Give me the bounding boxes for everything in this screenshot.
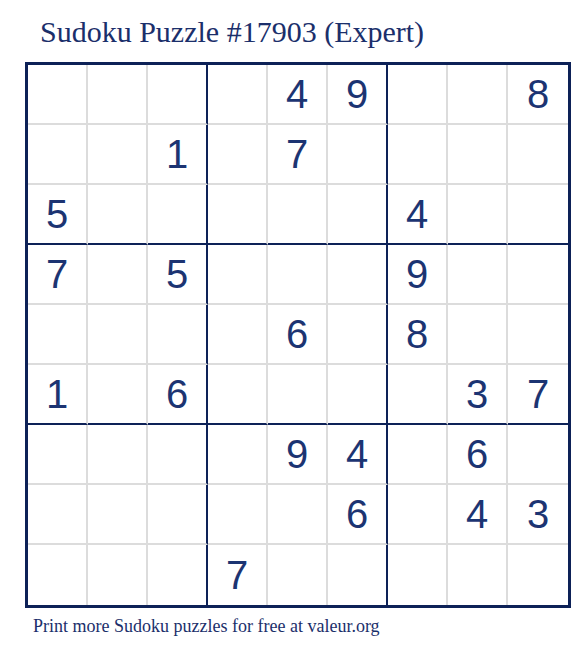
sudoku-cell-r1c8[interactable] bbox=[448, 65, 508, 125]
sudoku-cell-r6c2[interactable] bbox=[88, 365, 148, 425]
sudoku-cell-r2c3[interactable]: 1 bbox=[148, 125, 208, 185]
sudoku-cell-r5c5[interactable]: 6 bbox=[268, 305, 328, 365]
sudoku-cell-r8c6[interactable]: 6 bbox=[328, 485, 388, 545]
sudoku-cell-r6c1[interactable]: 1 bbox=[28, 365, 88, 425]
sudoku-cell-r3c3[interactable] bbox=[148, 185, 208, 245]
sudoku-cell-r5c4[interactable] bbox=[208, 305, 268, 365]
sudoku-cell-r4c9[interactable] bbox=[508, 245, 568, 305]
sudoku-cell-r1c4[interactable] bbox=[208, 65, 268, 125]
sudoku-cell-r8c1[interactable] bbox=[28, 485, 88, 545]
sudoku-cell-r2c2[interactable] bbox=[88, 125, 148, 185]
sudoku-cell-r8c5[interactable] bbox=[268, 485, 328, 545]
sudoku-cell-r1c7[interactable] bbox=[388, 65, 448, 125]
sudoku-cell-r9c7[interactable] bbox=[388, 545, 448, 605]
sudoku-cell-r7c6[interactable]: 4 bbox=[328, 425, 388, 485]
sudoku-cell-r2c6[interactable] bbox=[328, 125, 388, 185]
sudoku-cell-r3c7[interactable]: 4 bbox=[388, 185, 448, 245]
sudoku-cell-r3c1[interactable]: 5 bbox=[28, 185, 88, 245]
sudoku-cell-r7c9[interactable] bbox=[508, 425, 568, 485]
sudoku-cell-r7c5[interactable]: 9 bbox=[268, 425, 328, 485]
sudoku-board: 49817547596816379466437 bbox=[25, 62, 571, 608]
sudoku-cell-r7c8[interactable]: 6 bbox=[448, 425, 508, 485]
sudoku-cell-r6c6[interactable] bbox=[328, 365, 388, 425]
sudoku-cell-r9c4[interactable]: 7 bbox=[208, 545, 268, 605]
sudoku-cell-r5c3[interactable] bbox=[148, 305, 208, 365]
sudoku-cell-r5c9[interactable] bbox=[508, 305, 568, 365]
sudoku-cell-r7c1[interactable] bbox=[28, 425, 88, 485]
sudoku-cell-r4c8[interactable] bbox=[448, 245, 508, 305]
sudoku-cell-r2c9[interactable] bbox=[508, 125, 568, 185]
sudoku-cell-r8c2[interactable] bbox=[88, 485, 148, 545]
sudoku-cell-r5c6[interactable] bbox=[328, 305, 388, 365]
sudoku-cell-r9c3[interactable] bbox=[148, 545, 208, 605]
sudoku-cell-r2c8[interactable] bbox=[448, 125, 508, 185]
sudoku-cell-r5c2[interactable] bbox=[88, 305, 148, 365]
sudoku-cell-r9c1[interactable] bbox=[28, 545, 88, 605]
sudoku-cell-r7c4[interactable] bbox=[208, 425, 268, 485]
sudoku-cell-r7c3[interactable] bbox=[148, 425, 208, 485]
sudoku-cell-r6c7[interactable] bbox=[388, 365, 448, 425]
page-title: Sudoku Puzzle #17903 (Expert) bbox=[40, 15, 424, 49]
sudoku-cell-r7c7[interactable] bbox=[388, 425, 448, 485]
sudoku-cell-r2c7[interactable] bbox=[388, 125, 448, 185]
sudoku-cell-r3c6[interactable] bbox=[328, 185, 388, 245]
sudoku-cell-r4c2[interactable] bbox=[88, 245, 148, 305]
sudoku-cell-r4c4[interactable] bbox=[208, 245, 268, 305]
sudoku-cell-r9c5[interactable] bbox=[268, 545, 328, 605]
sudoku-cell-r1c3[interactable] bbox=[148, 65, 208, 125]
sudoku-cell-r5c7[interactable]: 8 bbox=[388, 305, 448, 365]
sudoku-cell-r1c1[interactable] bbox=[28, 65, 88, 125]
sudoku-cell-r8c4[interactable] bbox=[208, 485, 268, 545]
sudoku-cell-r4c3[interactable]: 5 bbox=[148, 245, 208, 305]
sudoku-cell-r4c7[interactable]: 9 bbox=[388, 245, 448, 305]
sudoku-cell-r8c8[interactable]: 4 bbox=[448, 485, 508, 545]
sudoku-cell-r3c5[interactable] bbox=[268, 185, 328, 245]
sudoku-cell-r9c9[interactable] bbox=[508, 545, 568, 605]
sudoku-cell-r3c8[interactable] bbox=[448, 185, 508, 245]
sudoku-cell-r4c5[interactable] bbox=[268, 245, 328, 305]
sudoku-cell-r5c1[interactable] bbox=[28, 305, 88, 365]
footer-text: Print more Sudoku puzzles for free at va… bbox=[33, 616, 380, 637]
sudoku-cell-r9c8[interactable] bbox=[448, 545, 508, 605]
sudoku-cell-r6c4[interactable] bbox=[208, 365, 268, 425]
sudoku-cell-r8c7[interactable] bbox=[388, 485, 448, 545]
sudoku-cell-r1c2[interactable] bbox=[88, 65, 148, 125]
sudoku-cell-r3c4[interactable] bbox=[208, 185, 268, 245]
sudoku-cell-r3c9[interactable] bbox=[508, 185, 568, 245]
sudoku-cell-r7c2[interactable] bbox=[88, 425, 148, 485]
sudoku-cell-r6c8[interactable]: 3 bbox=[448, 365, 508, 425]
sudoku-cell-r8c3[interactable] bbox=[148, 485, 208, 545]
sudoku-cell-r2c5[interactable]: 7 bbox=[268, 125, 328, 185]
sudoku-cell-r4c6[interactable] bbox=[328, 245, 388, 305]
sudoku-cell-r2c4[interactable] bbox=[208, 125, 268, 185]
sudoku-cell-r1c6[interactable]: 9 bbox=[328, 65, 388, 125]
sudoku-cell-r9c6[interactable] bbox=[328, 545, 388, 605]
sudoku-cell-r6c9[interactable]: 7 bbox=[508, 365, 568, 425]
sudoku-cell-r4c1[interactable]: 7 bbox=[28, 245, 88, 305]
sudoku-cell-r1c5[interactable]: 4 bbox=[268, 65, 328, 125]
sudoku-cell-r3c2[interactable] bbox=[88, 185, 148, 245]
sudoku-cell-r8c9[interactable]: 3 bbox=[508, 485, 568, 545]
sudoku-cell-r6c3[interactable]: 6 bbox=[148, 365, 208, 425]
sudoku-cell-r1c9[interactable]: 8 bbox=[508, 65, 568, 125]
sudoku-cell-r5c8[interactable] bbox=[448, 305, 508, 365]
sudoku-cell-r9c2[interactable] bbox=[88, 545, 148, 605]
sudoku-cell-r6c5[interactable] bbox=[268, 365, 328, 425]
sudoku-cell-r2c1[interactable] bbox=[28, 125, 88, 185]
